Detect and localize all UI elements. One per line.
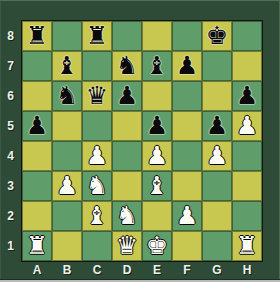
square-c5[interactable] xyxy=(82,111,112,141)
square-a5[interactable]: ♟ xyxy=(22,111,52,141)
square-a3[interactable] xyxy=(22,171,52,201)
square-h7[interactable] xyxy=(232,51,262,81)
square-d3[interactable] xyxy=(112,171,142,201)
rank-label-2: 2 xyxy=(0,201,21,231)
square-b2[interactable] xyxy=(52,201,82,231)
piece-black-bishop-b7[interactable]: ♝ xyxy=(56,51,78,81)
square-d1[interactable]: ♛ xyxy=(112,231,142,261)
piece-white-pawn-b3[interactable]: ♟ xyxy=(56,171,78,201)
piece-black-pawn-e5[interactable]: ♟ xyxy=(146,111,168,141)
square-f4[interactable] xyxy=(172,141,202,171)
square-b7[interactable]: ♝ xyxy=(52,51,82,81)
piece-black-rook-c8[interactable]: ♜ xyxy=(86,21,108,51)
rank-label-4: 4 xyxy=(0,141,21,171)
square-f7[interactable]: ♟ xyxy=(172,51,202,81)
piece-black-queen-c6[interactable]: ♛ xyxy=(86,81,108,111)
square-a4[interactable] xyxy=(22,141,52,171)
square-f1[interactable] xyxy=(172,231,202,261)
file-label-b: B xyxy=(52,263,82,278)
rank-label-7: 7 xyxy=(0,51,21,81)
piece-black-knight-d7[interactable]: ♞ xyxy=(116,51,138,81)
piece-black-rook-a8[interactable]: ♜ xyxy=(26,21,48,51)
square-c7[interactable] xyxy=(82,51,112,81)
square-h6[interactable]: ♟ xyxy=(232,81,262,111)
square-a6[interactable] xyxy=(22,81,52,111)
square-h1[interactable]: ♜ xyxy=(232,231,262,261)
square-a8[interactable]: ♜ xyxy=(22,21,52,51)
square-h4[interactable] xyxy=(232,141,262,171)
file-label-e: E xyxy=(142,263,172,278)
square-f6[interactable] xyxy=(172,81,202,111)
file-label-d: D xyxy=(112,263,142,278)
piece-white-queen-d1[interactable]: ♛ xyxy=(116,231,138,261)
square-b8[interactable] xyxy=(52,21,82,51)
square-a7[interactable] xyxy=(22,51,52,81)
piece-white-pawn-f2[interactable]: ♟ xyxy=(176,201,198,231)
square-d8[interactable] xyxy=(112,21,142,51)
piece-black-pawn-h6[interactable]: ♟ xyxy=(236,81,258,111)
piece-black-pawn-a5[interactable]: ♟ xyxy=(26,111,48,141)
square-g6[interactable] xyxy=(202,81,232,111)
square-e8[interactable] xyxy=(142,21,172,51)
piece-white-king-e1[interactable]: ♚ xyxy=(146,231,168,261)
piece-white-bishop-e3[interactable]: ♝ xyxy=(146,171,168,201)
square-h3[interactable] xyxy=(232,171,262,201)
square-g7[interactable] xyxy=(202,51,232,81)
square-g5[interactable]: ♟ xyxy=(202,111,232,141)
square-f8[interactable] xyxy=(172,21,202,51)
square-h5[interactable]: ♟ xyxy=(232,111,262,141)
piece-white-pawn-c4[interactable]: ♟ xyxy=(86,141,108,171)
square-g4[interactable]: ♟ xyxy=(202,141,232,171)
file-labels: ABCDEFGH xyxy=(22,263,262,278)
rank-label-3: 3 xyxy=(0,171,21,201)
file-label-h: H xyxy=(232,263,262,278)
piece-black-pawn-f7[interactable]: ♟ xyxy=(176,51,198,81)
square-c6[interactable]: ♛ xyxy=(82,81,112,111)
square-a2[interactable] xyxy=(22,201,52,231)
file-label-f: F xyxy=(172,263,202,278)
square-d7[interactable]: ♞ xyxy=(112,51,142,81)
piece-white-pawn-h5[interactable]: ♟ xyxy=(236,111,258,141)
piece-white-knight-c3[interactable]: ♞ xyxy=(86,171,108,201)
file-label-a: A xyxy=(22,263,52,278)
square-d6[interactable]: ♟ xyxy=(112,81,142,111)
square-e6[interactable] xyxy=(142,81,172,111)
square-e3[interactable]: ♝ xyxy=(142,171,172,201)
square-e1[interactable]: ♚ xyxy=(142,231,172,261)
piece-white-pawn-e4[interactable]: ♟ xyxy=(146,141,168,171)
square-a1[interactable]: ♜ xyxy=(22,231,52,261)
square-g8[interactable]: ♚ xyxy=(202,21,232,51)
square-g1[interactable] xyxy=(202,231,232,261)
square-g2[interactable] xyxy=(202,201,232,231)
square-g3[interactable] xyxy=(202,171,232,201)
square-h2[interactable] xyxy=(232,201,262,231)
square-d4[interactable] xyxy=(112,141,142,171)
square-c3[interactable]: ♞ xyxy=(82,171,112,201)
square-b6[interactable]: ♞ xyxy=(52,81,82,111)
rank-label-1: 1 xyxy=(0,231,21,261)
square-c4[interactable]: ♟ xyxy=(82,141,112,171)
piece-black-pawn-g5[interactable]: ♟ xyxy=(206,111,228,141)
square-c1[interactable] xyxy=(82,231,112,261)
piece-black-knight-b6[interactable]: ♞ xyxy=(56,81,78,111)
square-b3[interactable]: ♟ xyxy=(52,171,82,201)
square-e4[interactable]: ♟ xyxy=(142,141,172,171)
piece-white-bishop-c2[interactable]: ♝ xyxy=(86,201,108,231)
rank-label-6: 6 xyxy=(0,81,21,111)
rank-label-8: 8 xyxy=(0,21,21,51)
piece-white-rook-h1[interactable]: ♜ xyxy=(236,231,258,261)
piece-black-pawn-d6[interactable]: ♟ xyxy=(116,81,138,111)
square-f2[interactable]: ♟ xyxy=(172,201,202,231)
square-c8[interactable]: ♜ xyxy=(82,21,112,51)
rank-labels: 87654321 xyxy=(0,21,21,261)
square-c2[interactable]: ♝ xyxy=(82,201,112,231)
file-label-c: C xyxy=(82,263,112,278)
file-label-g: G xyxy=(202,263,232,278)
square-h8[interactable] xyxy=(232,21,262,51)
chess-board: ♜♜♚♝♞♝♟♞♛♟♟♟♟♟♟♟♟♟♟♞♝♝♞♟♜♛♚♜ xyxy=(21,20,263,262)
piece-black-bishop-e7[interactable]: ♝ xyxy=(146,51,168,81)
square-b5[interactable] xyxy=(52,111,82,141)
piece-white-pawn-g4[interactable]: ♟ xyxy=(206,141,228,171)
piece-white-rook-a1[interactable]: ♜ xyxy=(26,231,48,261)
rank-label-5: 5 xyxy=(0,111,21,141)
square-f3[interactable] xyxy=(172,171,202,201)
square-d2[interactable]: ♞ xyxy=(112,201,142,231)
square-e7[interactable]: ♝ xyxy=(142,51,172,81)
piece-black-king-g8[interactable]: ♚ xyxy=(206,21,228,51)
chess-board-window: 87654321 ♜♜♚♝♞♝♟♞♛♟♟♟♟♟♟♟♟♟♟♞♝♝♞♟♜♛♚♜ AB… xyxy=(0,0,280,282)
piece-white-knight-d2[interactable]: ♞ xyxy=(116,201,138,231)
square-e5[interactable]: ♟ xyxy=(142,111,172,141)
square-f5[interactable] xyxy=(172,111,202,141)
square-b4[interactable] xyxy=(52,141,82,171)
square-e2[interactable] xyxy=(142,201,172,231)
square-d5[interactable] xyxy=(112,111,142,141)
square-b1[interactable] xyxy=(52,231,82,261)
